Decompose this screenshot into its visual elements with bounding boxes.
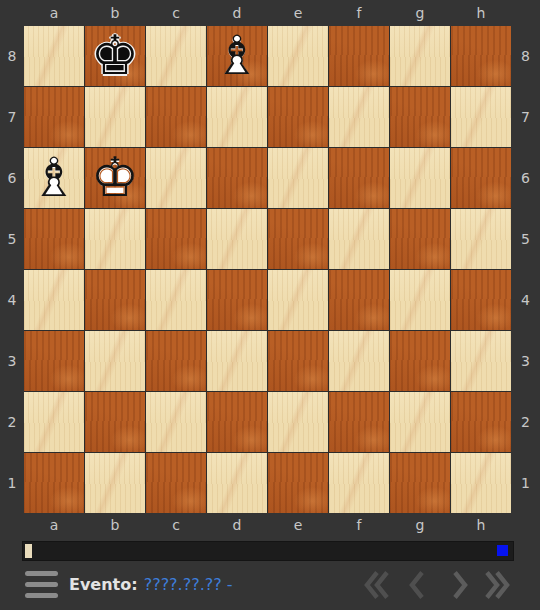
rank-label-4: 4 bbox=[8, 292, 17, 308]
piece-white-bishop[interactable]: ♝♗ bbox=[24, 148, 84, 208]
game-position-scrubber[interactable] bbox=[22, 541, 514, 561]
file-labels-top: abcdefgh bbox=[24, 0, 511, 26]
square-e4[interactable] bbox=[268, 270, 328, 330]
square-d6[interactable] bbox=[207, 148, 267, 208]
event-date-link[interactable]: ????.??.?? - bbox=[144, 575, 233, 594]
piece-white-king[interactable]: ♚♔ bbox=[85, 148, 145, 208]
square-a4[interactable] bbox=[24, 270, 84, 330]
file-label-b: b bbox=[85, 5, 145, 21]
square-c2[interactable] bbox=[146, 392, 206, 452]
square-b4[interactable] bbox=[85, 270, 145, 330]
square-g5[interactable] bbox=[390, 209, 450, 269]
square-d8[interactable]: ♝♗ bbox=[207, 26, 267, 86]
square-f8[interactable] bbox=[329, 26, 389, 86]
next-game-icon[interactable] bbox=[452, 570, 469, 600]
square-h8[interactable] bbox=[451, 26, 511, 86]
square-h6[interactable] bbox=[451, 148, 511, 208]
square-f6[interactable] bbox=[329, 148, 389, 208]
file-label-a: a bbox=[24, 5, 84, 21]
square-b8[interactable]: ♚♚ bbox=[85, 26, 145, 86]
square-d7[interactable] bbox=[207, 87, 267, 147]
square-e1[interactable] bbox=[268, 453, 328, 513]
rank-label-7: 7 bbox=[521, 109, 530, 125]
file-label-h: h bbox=[451, 5, 511, 21]
file-label-b: b bbox=[85, 517, 145, 533]
square-a6[interactable]: ♝♗ bbox=[24, 148, 84, 208]
square-h1[interactable] bbox=[451, 453, 511, 513]
rank-label-5: 5 bbox=[521, 231, 530, 247]
file-labels-bottom: abcdefgh bbox=[24, 513, 511, 537]
rank-label-8: 8 bbox=[521, 48, 530, 64]
rank-label-2: 2 bbox=[521, 414, 530, 430]
square-e5[interactable] bbox=[268, 209, 328, 269]
rank-label-1: 1 bbox=[8, 475, 17, 491]
square-c3[interactable] bbox=[146, 331, 206, 391]
rank-labels-right: 87654321 bbox=[511, 26, 540, 513]
chess-board: ♚♚♝♗♝♗♚♔ bbox=[24, 26, 511, 513]
file-label-h: h bbox=[451, 517, 511, 533]
square-g6[interactable] bbox=[390, 148, 450, 208]
square-g8[interactable] bbox=[390, 26, 450, 86]
square-f7[interactable] bbox=[329, 87, 389, 147]
scrubber-end-marker[interactable] bbox=[497, 545, 508, 556]
square-b6[interactable]: ♚♔ bbox=[85, 148, 145, 208]
square-a3[interactable] bbox=[24, 331, 84, 391]
square-g2[interactable] bbox=[390, 392, 450, 452]
rank-labels-left: 87654321 bbox=[0, 26, 24, 513]
square-c7[interactable] bbox=[146, 87, 206, 147]
square-a5[interactable] bbox=[24, 209, 84, 269]
square-d4[interactable] bbox=[207, 270, 267, 330]
square-e2[interactable] bbox=[268, 392, 328, 452]
file-label-d: d bbox=[207, 5, 267, 21]
square-d3[interactable] bbox=[207, 331, 267, 391]
corner-spacer bbox=[511, 513, 540, 537]
rank-label-6: 6 bbox=[8, 170, 17, 186]
square-g3[interactable] bbox=[390, 331, 450, 391]
square-f5[interactable] bbox=[329, 209, 389, 269]
first-game-icon[interactable] bbox=[364, 570, 390, 600]
square-b2[interactable] bbox=[85, 392, 145, 452]
square-e7[interactable] bbox=[268, 87, 328, 147]
square-b3[interactable] bbox=[85, 331, 145, 391]
file-label-f: f bbox=[329, 517, 389, 533]
square-c1[interactable] bbox=[146, 453, 206, 513]
previous-game-icon[interactable] bbox=[408, 570, 425, 600]
square-a8[interactable] bbox=[24, 26, 84, 86]
event-label: Evento: bbox=[69, 575, 138, 594]
scrubber-handle[interactable] bbox=[25, 544, 32, 558]
file-label-e: e bbox=[268, 517, 328, 533]
bottom-toolbar: Evento:????.??.?? - bbox=[0, 561, 540, 608]
square-e6[interactable] bbox=[268, 148, 328, 208]
square-b1[interactable] bbox=[85, 453, 145, 513]
square-g7[interactable] bbox=[390, 87, 450, 147]
square-g4[interactable] bbox=[390, 270, 450, 330]
file-label-c: c bbox=[146, 5, 206, 21]
square-a7[interactable] bbox=[24, 87, 84, 147]
square-c4[interactable] bbox=[146, 270, 206, 330]
square-b7[interactable] bbox=[85, 87, 145, 147]
rank-label-3: 3 bbox=[521, 353, 530, 369]
rank-label-3: 3 bbox=[8, 353, 17, 369]
corner-spacer bbox=[0, 0, 24, 26]
chess-board-area: abcdefgh 87654321 ♚♚♝♗♝♗♚♔ 87654321 abcd… bbox=[0, 0, 540, 537]
square-e8[interactable] bbox=[268, 26, 328, 86]
game-navigation bbox=[364, 570, 510, 600]
piece-black-king[interactable]: ♚♚ bbox=[85, 26, 145, 86]
corner-spacer bbox=[511, 0, 540, 26]
rank-label-8: 8 bbox=[8, 48, 17, 64]
square-b5[interactable] bbox=[85, 209, 145, 269]
square-h5[interactable] bbox=[451, 209, 511, 269]
rank-label-7: 7 bbox=[8, 109, 17, 125]
square-g1[interactable] bbox=[390, 453, 450, 513]
square-a1[interactable] bbox=[24, 453, 84, 513]
file-label-e: e bbox=[268, 5, 328, 21]
rank-label-1: 1 bbox=[521, 475, 530, 491]
file-label-g: g bbox=[390, 5, 450, 21]
square-f3[interactable] bbox=[329, 331, 389, 391]
square-d1[interactable] bbox=[207, 453, 267, 513]
rank-label-4: 4 bbox=[521, 292, 530, 308]
file-label-c: c bbox=[146, 517, 206, 533]
rank-label-6: 6 bbox=[521, 170, 530, 186]
square-d5[interactable] bbox=[207, 209, 267, 269]
corner-spacer bbox=[0, 513, 24, 537]
hamburger-menu-icon[interactable] bbox=[25, 571, 58, 598]
square-f2[interactable] bbox=[329, 392, 389, 452]
piece-white-bishop[interactable]: ♝♗ bbox=[207, 26, 267, 86]
square-c5[interactable] bbox=[146, 209, 206, 269]
square-c8[interactable] bbox=[146, 26, 206, 86]
square-f4[interactable] bbox=[329, 270, 389, 330]
square-h2[interactable] bbox=[451, 392, 511, 452]
square-a2[interactable] bbox=[24, 392, 84, 452]
square-h7[interactable] bbox=[451, 87, 511, 147]
square-d2[interactable] bbox=[207, 392, 267, 452]
square-f1[interactable] bbox=[329, 453, 389, 513]
file-label-d: d bbox=[207, 517, 267, 533]
rank-label-2: 2 bbox=[8, 414, 17, 430]
event-info: Evento:????.??.?? - bbox=[69, 575, 233, 594]
file-label-f: f bbox=[329, 5, 389, 21]
chess-viewer: abcdefgh 87654321 ♚♚♝♗♝♗♚♔ 87654321 abcd… bbox=[0, 0, 540, 608]
square-h4[interactable] bbox=[451, 270, 511, 330]
square-h3[interactable] bbox=[451, 331, 511, 391]
last-game-icon[interactable] bbox=[484, 570, 510, 600]
file-label-a: a bbox=[24, 517, 84, 533]
file-label-g: g bbox=[390, 517, 450, 533]
square-c6[interactable] bbox=[146, 148, 206, 208]
square-e3[interactable] bbox=[268, 331, 328, 391]
rank-label-5: 5 bbox=[8, 231, 17, 247]
